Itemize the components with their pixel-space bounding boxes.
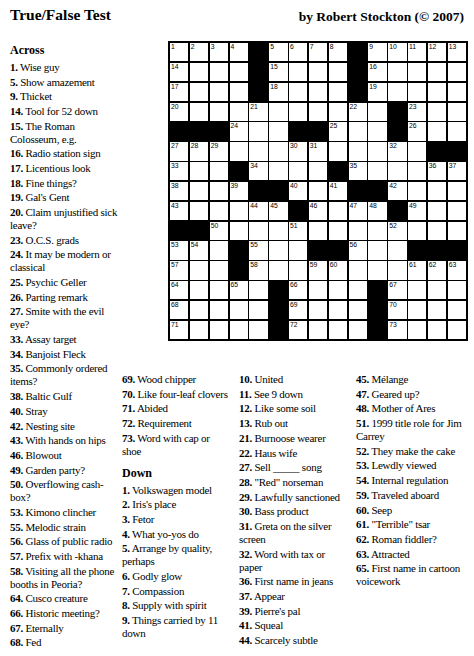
grid-cell-r1-c1[interactable]: 1: [170, 43, 188, 61]
grid-cell-r10-c9[interactable]: [329, 222, 347, 240]
grid-cell-r5-c5[interactable]: [249, 122, 267, 140]
grid-cell-r8-c7[interactable]: 40: [289, 182, 307, 200]
clue-across-25: 25. Psychic Geller: [10, 276, 122, 289]
grid-cell-r8-c14[interactable]: [428, 182, 446, 200]
cell-number: 59: [310, 261, 318, 268]
grid-cell-r3-c12[interactable]: [388, 83, 406, 101]
cell-number: 26: [409, 122, 417, 129]
grid-cell-r12-c14[interactable]: 62: [428, 261, 446, 279]
clue-text: Baltic Gulf: [23, 390, 72, 402]
black-cell-r13-c11: [368, 281, 386, 299]
black-cell-r8-c6: [269, 182, 287, 200]
black-cell-r14-c11: [368, 301, 386, 319]
clue-down-22: 22. Haus wife: [239, 447, 345, 460]
clue-down-11: 11. See 9 down: [239, 388, 345, 401]
clue-text: See 9 down: [251, 388, 302, 400]
down-header: Down: [122, 467, 229, 480]
grid-cell-r6-c12[interactable]: 32: [388, 142, 406, 160]
grid-cell-r9-c4[interactable]: [230, 202, 248, 220]
grid-cell-r14-c2[interactable]: [190, 301, 208, 319]
grid-cell-r9-c13[interactable]: 49: [408, 202, 426, 220]
clue-text: Geared up?: [369, 388, 419, 400]
grid-cell-r9-c9[interactable]: [329, 202, 347, 220]
grid-cell-r8-c15[interactable]: [448, 182, 466, 200]
grid-cell-r10-c11[interactable]: [368, 222, 386, 240]
grid-cell-r7-c5[interactable]: 34: [249, 162, 267, 180]
cell-number: 18: [270, 83, 278, 90]
clue-number: 51.: [356, 417, 369, 429]
grid-cell-r8-c12[interactable]: 42: [388, 182, 406, 200]
clue-across-49: 49. Garden party?: [10, 464, 122, 477]
grid-cell-r5-c11[interactable]: [368, 122, 386, 140]
grid-cell-r14-c12[interactable]: 70: [388, 301, 406, 319]
grid-cell-r2-c7[interactable]: [289, 63, 307, 81]
grid-cell-r10-c3[interactable]: 50: [210, 222, 228, 240]
grid-cell-r2-c11[interactable]: 16: [368, 63, 386, 81]
clue-number: 29.: [239, 491, 252, 503]
grid-cell-r6-c13[interactable]: [408, 142, 426, 160]
grid-cell-r14-c8[interactable]: [309, 301, 327, 319]
grid-cell-r15-c2[interactable]: [190, 321, 208, 339]
grid-cell-r8-c3[interactable]: [210, 182, 228, 200]
clue-across-72: 72. Requirement: [122, 417, 229, 430]
clue-column-across: Across1. Wise guy5. Show amazement9. Thi…: [10, 44, 122, 651]
grid-cell-r2-c9[interactable]: [329, 63, 347, 81]
grid-cell-r15-c12[interactable]: 73: [388, 321, 406, 339]
cell-number: 29: [211, 142, 219, 149]
grid-cell-r3-c11[interactable]: 19: [368, 83, 386, 101]
grid-cell-r14-c4[interactable]: [230, 301, 248, 319]
clue-column-down-mid: 10. United11. See 9 down12. Like some so…: [239, 373, 345, 649]
clue-text: Requirement: [135, 417, 192, 429]
grid-cell-r9-c10[interactable]: 47: [349, 202, 367, 220]
clue-number: 52.: [356, 445, 369, 457]
cell-number: 67: [389, 281, 397, 288]
clue-across-15: 15. The Roman Colosseum, e.g.: [10, 120, 122, 146]
clue-number: 10.: [239, 373, 252, 385]
grid-cell-r13-c10[interactable]: [349, 281, 367, 299]
grid-cell-r9-c15[interactable]: [448, 202, 466, 220]
grid-cell-r7-c6[interactable]: [269, 162, 287, 180]
grid-cell-r3-c7[interactable]: [289, 83, 307, 101]
grid-cell-r15-c9[interactable]: [329, 321, 347, 339]
black-cell-r10-c2: [190, 222, 208, 240]
grid-cell-r3-c3[interactable]: [210, 83, 228, 101]
grid-cell-r14-c7[interactable]: 69: [289, 301, 307, 319]
black-cell-r1-c10: [349, 43, 367, 61]
grid-cell-r4-c14[interactable]: [428, 103, 446, 121]
grid-cell-r2-c6[interactable]: 15: [269, 63, 287, 81]
across-header: Across: [10, 44, 122, 57]
grid-cell-r8-c2[interactable]: [190, 182, 208, 200]
black-cell-r11-c14: [428, 241, 446, 259]
grid-cell-r11-c3[interactable]: [210, 241, 228, 259]
clue-text: Tool for 52 down: [23, 105, 98, 117]
grid-cell-r10-c12[interactable]: 52: [388, 222, 406, 240]
grid-cell-r5-c15[interactable]: [448, 122, 466, 140]
grid-cell-r12-c8[interactable]: 59: [309, 261, 327, 279]
grid-cell-r13-c1[interactable]: 64: [170, 281, 188, 299]
grid-cell-r4-c10[interactable]: 22: [349, 103, 367, 121]
clue-number: 72.: [122, 417, 135, 429]
grid-cell-r5-c6[interactable]: [269, 122, 287, 140]
grid-cell-r9-c5[interactable]: 44: [249, 202, 267, 220]
grid-cell-r10-c15[interactable]: [448, 222, 466, 240]
grid-cell-r3-c14[interactable]: [428, 83, 446, 101]
clue-text: First name in jeans: [252, 575, 333, 587]
clue-number: 53.: [10, 506, 23, 518]
grid-cell-r15-c5[interactable]: [249, 321, 267, 339]
grid-cell-r1-c2[interactable]: 2: [190, 43, 208, 61]
grid-cell-r10-c10[interactable]: [349, 222, 367, 240]
grid-cell-r2-c12[interactable]: [388, 63, 406, 81]
clue-down-51: 51. 1999 title role for Jim Carrey: [356, 417, 474, 443]
grid-cell-r5-c10[interactable]: [349, 122, 367, 140]
grid-cell-r1-c14[interactable]: 12: [428, 43, 446, 61]
clue-number: 59.: [356, 489, 369, 501]
black-cell-r11-c8: [309, 241, 327, 259]
grid-cell-r12-c1[interactable]: 57: [170, 261, 188, 279]
grid-cell-r5-c9[interactable]: 25: [329, 122, 347, 140]
grid-cell-r1-c3[interactable]: 3: [210, 43, 228, 61]
clue-across-19: 19. Gal's Gent: [10, 191, 122, 204]
clue-down-28: 28. "Red" norseman: [239, 476, 345, 489]
grid-cell-r7-c15[interactable]: 37: [448, 162, 466, 180]
grid-cell-r13-c2[interactable]: [190, 281, 208, 299]
clue-text: With hands on hips: [23, 434, 106, 446]
grid-cell-r4-c9[interactable]: [329, 103, 347, 121]
clue-text: Word with cap or shoe: [122, 432, 210, 457]
clue-across-26: 26. Parting remark: [10, 291, 122, 304]
grid-cell-r2-c15[interactable]: [448, 63, 466, 81]
grid-cell-r11-c11[interactable]: [368, 241, 386, 259]
grid-cell-r15-c13[interactable]: [408, 321, 426, 339]
cell-number: 37: [449, 162, 457, 169]
grid-cell-r6-c4[interactable]: [230, 142, 248, 160]
grid-cell-r1-c4[interactable]: 4: [230, 43, 248, 61]
grid-cell-r6-c8[interactable]: 31: [309, 142, 327, 160]
grid-cell-r10-c6[interactable]: [269, 222, 287, 240]
cell-number: 31: [310, 142, 318, 149]
grid-cell-r9-c11[interactable]: 48: [368, 202, 386, 220]
grid-cell-r12-c7[interactable]: [289, 261, 307, 279]
grid-cell-r10-c13[interactable]: [408, 222, 426, 240]
grid-cell-r12-c5[interactable]: 58: [249, 261, 267, 279]
black-cell-r5-c8: [309, 122, 327, 140]
clue-down-53: 53. Lewdly viewed: [356, 459, 474, 472]
grid-cell-r13-c5[interactable]: [249, 281, 267, 299]
grid-cell-r9-c3[interactable]: [210, 202, 228, 220]
grid-cell-r1-c11[interactable]: 9: [368, 43, 386, 61]
grid-cell-r2-c4[interactable]: [230, 63, 248, 81]
clue-number: 28.: [239, 476, 252, 488]
black-cell-r5-c7: [289, 122, 307, 140]
clue-across-9: 9. Thicket: [10, 90, 122, 103]
cell-number: 36: [429, 162, 437, 169]
grid-cell-r13-c15[interactable]: [448, 281, 466, 299]
grid-cell-r13-c8[interactable]: [309, 281, 327, 299]
grid-cell-r14-c9[interactable]: [329, 301, 347, 319]
grid-cell-r3-c8[interactable]: [309, 83, 327, 101]
clue-number: 9.: [10, 90, 18, 102]
black-cell-r12-c4: [230, 261, 248, 279]
grid-cell-r14-c3[interactable]: [210, 301, 228, 319]
cell-number: 4: [231, 43, 235, 50]
grid-cell-r3-c1[interactable]: 17: [170, 83, 188, 101]
grid-cell-r13-c14[interactable]: [428, 281, 446, 299]
grid-cell-r9-c2[interactable]: [190, 202, 208, 220]
clue-text: Parting remark: [23, 291, 88, 303]
grid-cell-r1-c13[interactable]: 11: [408, 43, 426, 61]
grid-cell-r3-c4[interactable]: [230, 83, 248, 101]
clue-number: 38.: [10, 390, 23, 402]
cell-number: 51: [290, 222, 298, 229]
grid-cell-r14-c10[interactable]: [349, 301, 367, 319]
grid-cell-r1-c12[interactable]: 10: [388, 43, 406, 61]
grid-cell-r4-c8[interactable]: [309, 103, 327, 121]
cell-number: 6: [290, 43, 294, 50]
grid-cell-r13-c9[interactable]: [329, 281, 347, 299]
grid-cell-r1-c6[interactable]: 5: [269, 43, 287, 61]
grid-cell-r2-c14[interactable]: [428, 63, 446, 81]
clue-down-31: 31. Greta on the silver screen: [239, 520, 345, 546]
grid-cell-r12-c13[interactable]: 61: [408, 261, 426, 279]
grid-cell-r9-c1[interactable]: 43: [170, 202, 188, 220]
clue-number: 57.: [10, 550, 23, 562]
cell-number: 72: [290, 321, 298, 328]
cell-number: 32: [389, 142, 397, 149]
clue-number: 5.: [10, 76, 18, 88]
clue-text: United: [252, 373, 283, 385]
grid-cell-r3-c6[interactable]: 18: [269, 83, 287, 101]
grid-cell-r7-c8[interactable]: [309, 162, 327, 180]
grid-cell-r8-c1[interactable]: 38: [170, 182, 188, 200]
grid-cell-r2-c2[interactable]: [190, 63, 208, 81]
grid-cell-r10-c4[interactable]: [230, 222, 248, 240]
grid-cell-r2-c3[interactable]: [210, 63, 228, 81]
grid-cell-r13-c3[interactable]: [210, 281, 228, 299]
clue-across-73: 73. Word with cap or shoe: [122, 432, 229, 458]
grid-cell-r13-c12[interactable]: 67: [388, 281, 406, 299]
grid-cell-r11-c5[interactable]: 55: [249, 241, 267, 259]
grid-cell-r6-c3[interactable]: 29: [210, 142, 228, 160]
grid-cell-r6-c6[interactable]: [269, 142, 287, 160]
grid-cell-r4-c11[interactable]: [368, 103, 386, 121]
grid-cell-r1-c8[interactable]: 7: [309, 43, 327, 61]
grid-cell-r15-c3[interactable]: [210, 321, 228, 339]
cell-number: 12: [429, 43, 437, 50]
cell-number: 68: [171, 301, 179, 308]
clue-text: Assay target: [23, 333, 76, 345]
grid-cell-r3-c9[interactable]: [329, 83, 347, 101]
grid-cell-r5-c4[interactable]: 24: [230, 122, 248, 140]
grid-cell-r15-c7[interactable]: 72: [289, 321, 307, 339]
grid-cell-r12-c12[interactable]: [388, 261, 406, 279]
clue-text: 1999 title role for Jim Carrey: [356, 417, 462, 442]
clue-number: 18.: [10, 177, 23, 189]
clue-down-6: 6. Godly glow: [122, 570, 229, 583]
grid-cell-r4-c3[interactable]: [210, 103, 228, 121]
grid-cell-r6-c9[interactable]: [329, 142, 347, 160]
clue-text: Garden party?: [23, 464, 85, 476]
grid-cell-r11-c1[interactable]: 53: [170, 241, 188, 259]
clue-across-24: 24. It may be modern or classical: [10, 248, 122, 274]
cell-number: 40: [290, 182, 298, 189]
grid-cell-r14-c5[interactable]: [249, 301, 267, 319]
grid-cell-r15-c14[interactable]: [428, 321, 446, 339]
black-cell-r2-c10: [349, 63, 367, 81]
grid-cell-r11-c2[interactable]: 54: [190, 241, 208, 259]
clue-text: Things carried by 11 down: [122, 614, 218, 639]
grid-cell-r6-c10[interactable]: [349, 142, 367, 160]
clue-text: Mother of Ares: [369, 402, 435, 414]
grid-cell-r5-c14[interactable]: [428, 122, 446, 140]
grid-cell-r4-c15[interactable]: [448, 103, 466, 121]
clue-text: Like four-leaf clovers: [135, 388, 228, 400]
grid-cell-r2-c13[interactable]: [408, 63, 426, 81]
grid-cell-r4-c6[interactable]: [269, 103, 287, 121]
grid-cell-r7-c1[interactable]: 33: [170, 162, 188, 180]
grid-cell-r9-c14[interactable]: [428, 202, 446, 220]
grid-cell-r8-c8[interactable]: [309, 182, 327, 200]
clue-across-18: 18. Fine things?: [10, 177, 122, 190]
clue-number: 20.: [10, 206, 23, 218]
grid-cell-r9-c8[interactable]: 46: [309, 202, 327, 220]
grid-cell-r14-c14[interactable]: [428, 301, 446, 319]
grid-cell-r1-c9[interactable]: 8: [329, 43, 347, 61]
grid-cell-r13-c13[interactable]: [408, 281, 426, 299]
grid-cell-r2-c8[interactable]: [309, 63, 327, 81]
clue-down-48: 48. Mother of Ares: [356, 402, 474, 415]
clue-across-33: 33. Assay target: [10, 333, 122, 346]
clue-text: Melodic strain: [23, 521, 86, 533]
clue-across-66: 66. Historic meeting?: [10, 607, 122, 620]
cell-number: 30: [290, 142, 298, 149]
clue-text: Psychic Geller: [23, 276, 86, 288]
black-cell-r14-c6: [269, 301, 287, 319]
clue-number: 33.: [10, 333, 23, 345]
cell-number: 2: [191, 43, 195, 50]
clue-number: 54.: [356, 474, 369, 486]
grid-cell-r15-c4[interactable]: [230, 321, 248, 339]
clue-text: "Terrible" tsar: [369, 518, 430, 530]
clue-number: 61.: [356, 518, 369, 530]
grid-cell-r14-c13[interactable]: [408, 301, 426, 319]
grid-cell-r11-c10[interactable]: 56: [349, 241, 367, 259]
clue-number: 6.: [122, 570, 130, 582]
grid-cell-r7-c14[interactable]: 36: [428, 162, 446, 180]
grid-cell-r5-c13[interactable]: 26: [408, 122, 426, 140]
grid-cell-r15-c15[interactable]: [448, 321, 466, 339]
clue-across-69: 69. Wood chipper: [122, 373, 229, 386]
clue-text: Overflowing cash-box?: [10, 478, 103, 503]
grid-cell-r8-c4[interactable]: 39: [230, 182, 248, 200]
grid-cell-r7-c11[interactable]: [368, 162, 386, 180]
grid-cell-r13-c7[interactable]: 66: [289, 281, 307, 299]
grid-cell-r4-c13[interactable]: 23: [408, 103, 426, 121]
grid-cell-r7-c10[interactable]: 35: [349, 162, 367, 180]
grid-cell-r15-c10[interactable]: [349, 321, 367, 339]
grid-cell-r11-c7[interactable]: [289, 241, 307, 259]
grid-cell-r7-c12[interactable]: [388, 162, 406, 180]
grid-cell-r2-c1[interactable]: 14: [170, 63, 188, 81]
clue-number: 71.: [122, 402, 135, 414]
grid-cell-r15-c1[interactable]: 71: [170, 321, 188, 339]
grid-cell-r7-c7[interactable]: [289, 162, 307, 180]
clue-number: 73.: [122, 432, 135, 444]
grid-cell-r14-c1[interactable]: 68: [170, 301, 188, 319]
grid-cell-r6-c1[interactable]: 27: [170, 142, 188, 160]
grid-cell-r12-c9[interactable]: 60: [329, 261, 347, 279]
clue-number: 35.: [10, 362, 23, 374]
grid-cell-r9-c6[interactable]: 45: [269, 202, 287, 220]
grid-cell-r8-c13[interactable]: [408, 182, 426, 200]
grid-cell-r15-c8[interactable]: [309, 321, 327, 339]
clue-number: 64.: [10, 592, 23, 604]
grid-cell-r12-c6[interactable]: [269, 261, 287, 279]
grid-cell-r6-c2[interactable]: 28: [190, 142, 208, 160]
grid-cell-r7-c3[interactable]: [210, 162, 228, 180]
grid-cell-r3-c2[interactable]: [190, 83, 208, 101]
grid-cell-r1-c7[interactable]: 6: [289, 43, 307, 61]
grid-cell-r11-c6[interactable]: [269, 241, 287, 259]
grid-cell-r10-c8[interactable]: [309, 222, 327, 240]
grid-cell-r4-c4[interactable]: [230, 103, 248, 121]
grid-cell-r6-c11[interactable]: [368, 142, 386, 160]
grid-cell-r12-c15[interactable]: 63: [448, 261, 466, 279]
clue-column-across-end-down-start: 69. Wood chipper70. Like four-leaf clove…: [122, 373, 229, 642]
grid-cell-r1-c15[interactable]: 13: [448, 43, 466, 61]
grid-cell-r3-c13[interactable]: [408, 83, 426, 101]
grid-cell-r8-c9[interactable]: 41: [329, 182, 347, 200]
clue-number: 67.: [10, 622, 23, 634]
grid-cell-r13-c4[interactable]: 65: [230, 281, 248, 299]
grid-cell-r6-c5[interactable]: [249, 142, 267, 160]
grid-cell-r12-c2[interactable]: [190, 261, 208, 279]
clue-number: 30.: [239, 505, 252, 517]
grid-cell-r14-c15[interactable]: [448, 301, 466, 319]
clue-number: 3.: [122, 513, 130, 525]
cell-number: 13: [449, 43, 457, 50]
grid-cell-r10-c14[interactable]: [428, 222, 446, 240]
grid-cell-r4-c7[interactable]: [289, 103, 307, 121]
cell-number: 56: [350, 241, 358, 248]
clue-text: What yo-yos do: [130, 528, 199, 540]
cell-number: 61: [409, 261, 417, 268]
grid-cell-r3-c15[interactable]: [448, 83, 466, 101]
grid-cell-r10-c7[interactable]: 51: [289, 222, 307, 240]
grid-cell-r7-c13[interactable]: [408, 162, 426, 180]
cell-number: 10: [389, 43, 397, 50]
grid-cell-r4-c1[interactable]: 20: [170, 103, 188, 121]
grid-cell-r4-c2[interactable]: [190, 103, 208, 121]
grid-cell-r12-c10[interactable]: [349, 261, 367, 279]
grid-cell-r4-c5[interactable]: 21: [249, 103, 267, 121]
grid-cell-r6-c7[interactable]: 30: [289, 142, 307, 160]
grid-cell-r12-c11[interactable]: [368, 261, 386, 279]
clue-text: Sell _____ song: [252, 461, 322, 473]
grid-cell-r10-c5[interactable]: [249, 222, 267, 240]
black-cell-r10-c1: [170, 222, 188, 240]
grid-cell-r11-c12[interactable]: [388, 241, 406, 259]
clue-number: 23.: [10, 234, 23, 246]
clue-text: Lewdly viewed: [369, 459, 436, 471]
clue-number: 65.: [356, 562, 369, 574]
grid-cell-r12-c3[interactable]: [210, 261, 228, 279]
grid-cell-r7-c2[interactable]: [190, 162, 208, 180]
cell-number: 3: [211, 43, 215, 50]
clue-number: 17.: [10, 162, 23, 174]
